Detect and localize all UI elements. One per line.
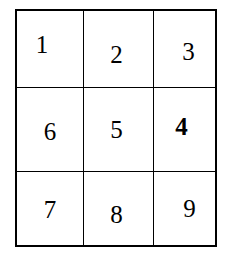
cell-value: 7: [44, 197, 57, 222]
cell-value: 8: [110, 202, 123, 227]
cell-value: 5: [110, 117, 123, 142]
grid-cell-r3c1: 7: [17, 172, 84, 245]
cell-value: 4: [175, 114, 188, 139]
cell-value: 3: [182, 39, 195, 64]
number-grid-board: 1 2 3 6 5 4 7 8 9: [15, 9, 217, 247]
grid-cell-r1c2: 2: [84, 11, 154, 88]
cell-value: 1: [36, 32, 49, 57]
cell-value: 9: [183, 196, 196, 221]
grid-cell-r2c3: 4: [154, 88, 215, 172]
grid-cell-r1c3: 3: [154, 11, 215, 88]
grid-cell-r3c2: 8: [84, 172, 154, 245]
grid-cell-r2c1: 6: [17, 88, 84, 172]
cell-value: 6: [44, 119, 57, 144]
grid-cell-r1c1: 1: [17, 11, 84, 88]
cell-value: 2: [110, 42, 123, 67]
grid-cell-r2c2: 5: [84, 88, 154, 172]
grid-cell-r3c3: 9: [154, 172, 215, 245]
